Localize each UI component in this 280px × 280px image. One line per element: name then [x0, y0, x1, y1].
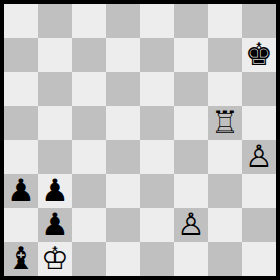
square-b7[interactable]	[38, 38, 72, 72]
square-g4[interactable]	[208, 140, 242, 174]
square-g5[interactable]: ♖	[208, 106, 242, 140]
square-c3[interactable]	[72, 174, 106, 208]
square-a7[interactable]	[4, 38, 38, 72]
square-d3[interactable]	[106, 174, 140, 208]
square-e6[interactable]	[140, 72, 174, 106]
square-a6[interactable]	[4, 72, 38, 106]
square-c2[interactable]	[72, 208, 106, 242]
square-d2[interactable]	[106, 208, 140, 242]
square-e4[interactable]	[140, 140, 174, 174]
square-h3[interactable]	[242, 174, 276, 208]
square-f3[interactable]	[174, 174, 208, 208]
square-e2[interactable]	[140, 208, 174, 242]
square-f6[interactable]	[174, 72, 208, 106]
white-pawn[interactable]: ♙	[245, 141, 273, 172]
square-h4[interactable]: ♙	[242, 140, 276, 174]
square-a4[interactable]	[4, 140, 38, 174]
square-c7[interactable]	[72, 38, 106, 72]
square-e3[interactable]	[140, 174, 174, 208]
square-h5[interactable]	[242, 106, 276, 140]
square-d5[interactable]	[106, 106, 140, 140]
black-king[interactable]: ♚	[245, 39, 273, 70]
square-a3[interactable]: ♟	[4, 174, 38, 208]
square-e7[interactable]	[140, 38, 174, 72]
square-f5[interactable]	[174, 106, 208, 140]
square-d1[interactable]	[106, 242, 140, 276]
square-h7[interactable]: ♚	[242, 38, 276, 72]
square-d8[interactable]	[106, 4, 140, 38]
square-h8[interactable]	[242, 4, 276, 38]
square-f1[interactable]	[174, 242, 208, 276]
square-c4[interactable]	[72, 140, 106, 174]
black-pawn[interactable]: ♟	[7, 175, 35, 206]
square-e1[interactable]	[140, 242, 174, 276]
square-a1[interactable]: ♝	[4, 242, 38, 276]
square-a8[interactable]	[4, 4, 38, 38]
black-bishop[interactable]: ♝	[7, 243, 35, 274]
square-b1[interactable]: ♔	[38, 242, 72, 276]
square-b6[interactable]	[38, 72, 72, 106]
square-b8[interactable]	[38, 4, 72, 38]
black-pawn[interactable]: ♟	[41, 175, 69, 206]
square-b4[interactable]	[38, 140, 72, 174]
chess-board: ♚♖♙♟♟♟♙♝♔	[4, 4, 276, 276]
square-g8[interactable]	[208, 4, 242, 38]
square-f8[interactable]	[174, 4, 208, 38]
square-h6[interactable]	[242, 72, 276, 106]
square-d6[interactable]	[106, 72, 140, 106]
board-frame: ♚♖♙♟♟♟♙♝♔	[0, 0, 280, 280]
square-g3[interactable]	[208, 174, 242, 208]
square-g1[interactable]	[208, 242, 242, 276]
square-a5[interactable]	[4, 106, 38, 140]
square-f2[interactable]: ♙	[174, 208, 208, 242]
square-b2[interactable]: ♟	[38, 208, 72, 242]
square-f4[interactable]	[174, 140, 208, 174]
square-g2[interactable]	[208, 208, 242, 242]
square-g7[interactable]	[208, 38, 242, 72]
square-d4[interactable]	[106, 140, 140, 174]
square-g6[interactable]	[208, 72, 242, 106]
square-c8[interactable]	[72, 4, 106, 38]
square-e8[interactable]	[140, 4, 174, 38]
square-b5[interactable]	[38, 106, 72, 140]
square-f7[interactable]	[174, 38, 208, 72]
square-h2[interactable]	[242, 208, 276, 242]
square-c6[interactable]	[72, 72, 106, 106]
square-h1[interactable]	[242, 242, 276, 276]
black-pawn[interactable]: ♟	[41, 209, 69, 240]
square-e5[interactable]	[140, 106, 174, 140]
white-pawn[interactable]: ♙	[177, 209, 205, 240]
square-c5[interactable]	[72, 106, 106, 140]
square-b3[interactable]: ♟	[38, 174, 72, 208]
square-c1[interactable]	[72, 242, 106, 276]
square-d7[interactable]	[106, 38, 140, 72]
white-rook[interactable]: ♖	[211, 107, 239, 138]
white-king[interactable]: ♔	[41, 243, 69, 274]
square-a2[interactable]	[4, 208, 38, 242]
